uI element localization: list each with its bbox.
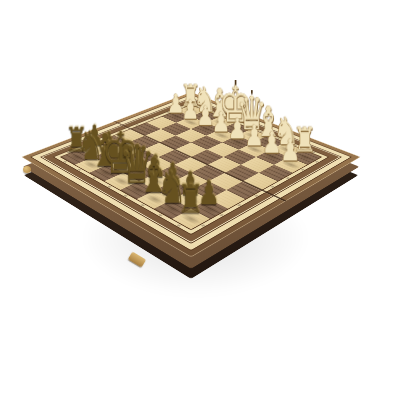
piece-black-rook[interactable]: ♜: [166, 179, 213, 219]
brass-knob: [23, 166, 31, 173]
chess-board: ♜♞♝♛♚♝♞♜♟♟♟♟♟♟♟♟♟♟♟♟♟♟♟♟♜♞♝♛♚♝♞♜: [21, 92, 360, 258]
photo-stage: ♜♞♝♛♚♝♞♜♟♟♟♟♟♟♟♟♟♟♟♟♟♟♟♟♜♞♝♛♚♝♞♜: [0, 0, 400, 400]
pieces-layer: ♜♞♝♛♚♝♞♜♟♟♟♟♟♟♟♟♟♟♟♟♟♟♟♟♜♞♝♛♚♝♞♜: [21, 92, 360, 258]
piece-white-pawn[interactable]: ♟: [269, 135, 310, 165]
scene: ♜♞♝♛♚♝♞♜♟♟♟♟♟♟♟♟♟♟♟♟♟♟♟♟♜♞♝♛♚♝♞♜: [0, 0, 400, 400]
